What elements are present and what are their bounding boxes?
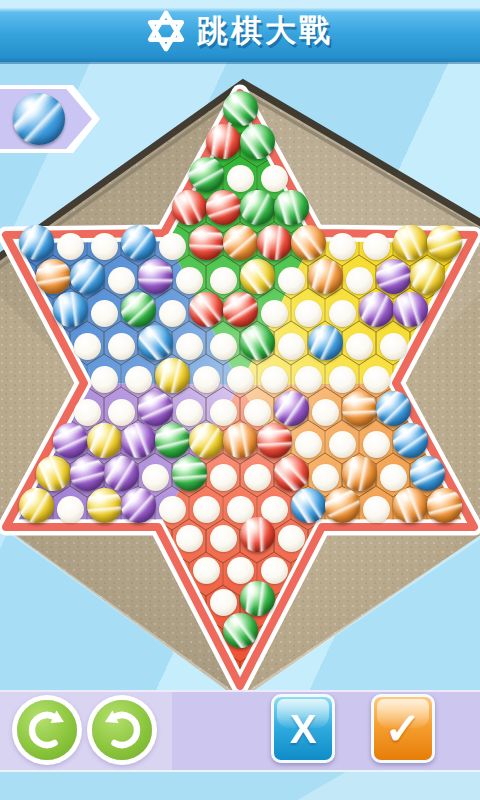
marble-yellow[interactable] bbox=[87, 423, 122, 458]
marble-purple[interactable] bbox=[376, 259, 411, 294]
marble-purple[interactable] bbox=[138, 259, 173, 294]
board-hole[interactable] bbox=[210, 333, 237, 360]
board-hole[interactable] bbox=[363, 431, 390, 458]
marble-yellow[interactable] bbox=[19, 488, 54, 523]
marble-green[interactable] bbox=[240, 124, 275, 159]
board-hole[interactable] bbox=[210, 267, 237, 294]
board-hole[interactable] bbox=[193, 557, 220, 584]
title-bar: 跳棋大戰 bbox=[0, 0, 480, 62]
marble-blue[interactable] bbox=[393, 423, 428, 458]
board-hole[interactable] bbox=[227, 366, 254, 393]
cancel-button[interactable]: X bbox=[271, 694, 335, 763]
marble-red[interactable] bbox=[274, 456, 309, 491]
board-hole[interactable] bbox=[380, 333, 407, 360]
marble-green[interactable] bbox=[155, 423, 190, 458]
board-hole[interactable] bbox=[159, 233, 186, 260]
board-hole[interactable] bbox=[57, 233, 84, 260]
marble-blue[interactable] bbox=[308, 325, 343, 360]
board-hole[interactable] bbox=[74, 399, 101, 426]
board-hole[interactable] bbox=[278, 333, 305, 360]
board-hole[interactable] bbox=[227, 165, 254, 192]
board-hole[interactable] bbox=[142, 464, 169, 491]
board-hole[interactable] bbox=[210, 464, 237, 491]
marble-blue[interactable] bbox=[19, 225, 54, 260]
marble-green[interactable] bbox=[172, 456, 207, 491]
board-hole[interactable] bbox=[193, 366, 220, 393]
app-title: 跳棋大戰 bbox=[197, 10, 333, 52]
marble-green[interactable] bbox=[223, 613, 258, 648]
marble-blue[interactable] bbox=[410, 456, 445, 491]
board-hole[interactable] bbox=[346, 333, 373, 360]
board-hole[interactable] bbox=[210, 525, 237, 552]
marble-blue[interactable] bbox=[70, 259, 105, 294]
cancel-label: X bbox=[290, 709, 317, 749]
marble-green[interactable] bbox=[240, 581, 275, 616]
marble-orange[interactable] bbox=[427, 488, 462, 523]
board-hole[interactable] bbox=[176, 333, 203, 360]
marble-red[interactable] bbox=[257, 423, 292, 458]
bottom-strip-wedge bbox=[0, 772, 480, 800]
board-hole[interactable] bbox=[363, 496, 390, 523]
marble-green[interactable] bbox=[240, 325, 275, 360]
board-hole[interactable] bbox=[261, 557, 288, 584]
board-hole[interactable] bbox=[295, 366, 322, 393]
board-hole[interactable] bbox=[57, 496, 84, 523]
marble-red[interactable] bbox=[206, 190, 241, 225]
marble-purple[interactable] bbox=[274, 391, 309, 426]
marble-orange[interactable] bbox=[223, 225, 258, 260]
marble-blue[interactable] bbox=[376, 391, 411, 426]
marble-orange[interactable] bbox=[325, 488, 360, 523]
board-hole[interactable] bbox=[329, 431, 356, 458]
board-hole[interactable] bbox=[108, 333, 135, 360]
marble-yellow[interactable] bbox=[410, 259, 445, 294]
confirm-label: ✓ bbox=[385, 707, 422, 751]
board-hole[interactable] bbox=[312, 464, 339, 491]
board-hole[interactable] bbox=[295, 300, 322, 327]
marble-yellow[interactable] bbox=[427, 225, 462, 260]
board-hole[interactable] bbox=[329, 233, 356, 260]
marble-blue[interactable] bbox=[121, 225, 156, 260]
marble-yellow[interactable] bbox=[240, 259, 275, 294]
marble-red[interactable] bbox=[172, 190, 207, 225]
marble-orange[interactable] bbox=[342, 456, 377, 491]
board-hole[interactable] bbox=[261, 300, 288, 327]
board-hole[interactable] bbox=[363, 366, 390, 393]
marble-yellow[interactable] bbox=[189, 423, 224, 458]
marble-purple[interactable] bbox=[121, 488, 156, 523]
marble-blue[interactable] bbox=[138, 325, 173, 360]
board-hole[interactable] bbox=[312, 399, 339, 426]
marble-red[interactable] bbox=[240, 517, 275, 552]
board-hole[interactable] bbox=[244, 464, 271, 491]
marble-orange[interactable] bbox=[223, 423, 258, 458]
board-hole[interactable] bbox=[346, 267, 373, 294]
current-player-marble-blue bbox=[13, 93, 65, 145]
board-hole[interactable] bbox=[125, 366, 152, 393]
board-hole[interactable] bbox=[210, 399, 237, 426]
rotate-cw-arrow-icon bbox=[23, 706, 71, 754]
board-hole[interactable] bbox=[261, 366, 288, 393]
board-hole[interactable] bbox=[227, 557, 254, 584]
board-hole[interactable] bbox=[244, 399, 271, 426]
board-hole[interactable] bbox=[193, 496, 220, 523]
board-hole[interactable] bbox=[210, 589, 237, 616]
board-hole[interactable] bbox=[74, 333, 101, 360]
board-hole[interactable] bbox=[380, 464, 407, 491]
board-hole[interactable] bbox=[176, 525, 203, 552]
marble-green[interactable] bbox=[121, 292, 156, 327]
marble-green[interactable] bbox=[189, 157, 224, 192]
marble-yellow[interactable] bbox=[87, 488, 122, 523]
rotate-ccw-arrow-icon bbox=[98, 706, 146, 754]
marble-red[interactable] bbox=[189, 225, 224, 260]
board-hole[interactable] bbox=[176, 267, 203, 294]
board-hole[interactable] bbox=[108, 399, 135, 426]
marble-purple[interactable] bbox=[104, 456, 139, 491]
app-screen: 跳棋大戰 X ✓ bbox=[0, 0, 480, 800]
board-hole[interactable] bbox=[91, 366, 118, 393]
board-hole[interactable] bbox=[159, 496, 186, 523]
board-hole[interactable] bbox=[176, 399, 203, 426]
board-hole[interactable] bbox=[91, 300, 118, 327]
confirm-button[interactable]: ✓ bbox=[371, 694, 435, 763]
board-hole[interactable] bbox=[295, 431, 322, 458]
undo-button[interactable] bbox=[17, 700, 77, 760]
marble-red[interactable] bbox=[189, 292, 224, 327]
board-hole[interactable] bbox=[159, 300, 186, 327]
board-hole[interactable] bbox=[363, 233, 390, 260]
marble-purple[interactable] bbox=[70, 456, 105, 491]
board-hole[interactable] bbox=[329, 300, 356, 327]
board-hole[interactable] bbox=[278, 525, 305, 552]
marble-orange[interactable] bbox=[291, 225, 326, 260]
marble-red[interactable] bbox=[223, 292, 258, 327]
marble-blue[interactable] bbox=[53, 292, 88, 327]
marble-yellow[interactable] bbox=[36, 456, 71, 491]
marble-orange[interactable] bbox=[36, 259, 71, 294]
board-hole[interactable] bbox=[278, 267, 305, 294]
board-hole[interactable] bbox=[108, 267, 135, 294]
board-hole[interactable] bbox=[91, 233, 118, 260]
redo-button[interactable] bbox=[92, 700, 152, 760]
marble-orange[interactable] bbox=[393, 488, 428, 523]
marble-blue[interactable] bbox=[291, 488, 326, 523]
marble-purple[interactable] bbox=[393, 292, 428, 327]
marble-green[interactable] bbox=[240, 190, 275, 225]
marble-green[interactable] bbox=[274, 190, 309, 225]
marble-purple[interactable] bbox=[53, 423, 88, 458]
marble-red[interactable] bbox=[206, 124, 241, 159]
marble-purple[interactable] bbox=[121, 423, 156, 458]
bottom-strip bbox=[0, 770, 480, 800]
marble-green[interactable] bbox=[223, 91, 258, 126]
marble-yellow[interactable] bbox=[155, 358, 190, 393]
marble-orange[interactable] bbox=[342, 391, 377, 426]
marble-purple[interactable] bbox=[138, 391, 173, 426]
board-hole[interactable] bbox=[329, 366, 356, 393]
marble-orange[interactable] bbox=[308, 259, 343, 294]
marble-purple[interactable] bbox=[359, 292, 394, 327]
marble-yellow[interactable] bbox=[393, 225, 428, 260]
marble-red[interactable] bbox=[257, 225, 292, 260]
hexagram-star-icon bbox=[147, 10, 185, 52]
board-hole[interactable] bbox=[261, 165, 288, 192]
